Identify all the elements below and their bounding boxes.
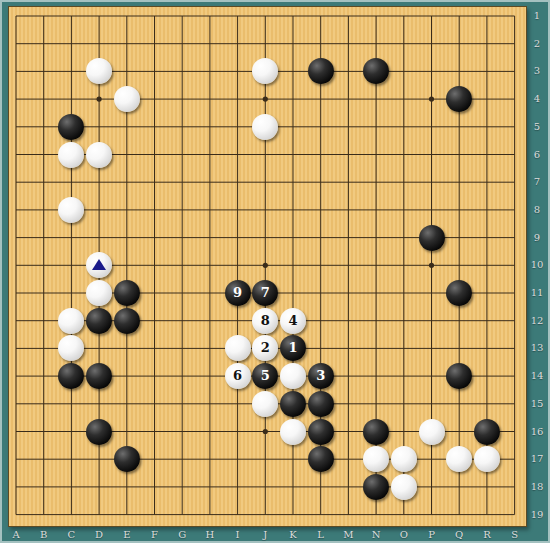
stone-black-N16[interactable] (363, 419, 389, 445)
row-label-16: 16 (527, 426, 547, 438)
row-label-5: 5 (527, 121, 547, 133)
row-label-13: 13 (527, 342, 547, 354)
row-label-10: 10 (527, 259, 547, 271)
column-label-R: R (479, 529, 495, 540)
column-label-S: S (507, 529, 523, 540)
stone-black-K15[interactable] (280, 391, 306, 417)
stone-white-E4[interactable] (114, 86, 140, 112)
stone-black-R16[interactable] (474, 419, 500, 445)
stone-white-K12[interactable]: 4 (280, 308, 306, 334)
stone-black-P9[interactable] (419, 225, 445, 251)
stone-black-D12[interactable] (86, 308, 112, 334)
stone-white-I14[interactable]: 6 (225, 363, 251, 389)
column-label-B: B (36, 529, 52, 540)
stone-black-D16[interactable] (86, 419, 112, 445)
stone-black-I11[interactable]: 9 (225, 280, 251, 306)
move-number: 5 (261, 368, 270, 383)
stone-white-K14[interactable] (280, 363, 306, 389)
column-label-L: L (313, 529, 329, 540)
stone-white-O17[interactable] (391, 446, 417, 472)
stone-white-D11[interactable] (86, 280, 112, 306)
column-label-G: G (174, 529, 190, 540)
column-label-I: I (230, 529, 246, 540)
column-label-J: J (257, 529, 273, 540)
stone-white-P16[interactable] (419, 419, 445, 445)
stone-black-L16[interactable] (308, 419, 334, 445)
triangle-marker-icon (92, 259, 106, 270)
move-number: 8 (261, 313, 270, 328)
stone-white-C12[interactable] (58, 308, 84, 334)
column-label-K: K (285, 529, 301, 540)
column-label-O: O (396, 529, 412, 540)
row-label-19: 19 (527, 509, 547, 521)
stone-white-J5[interactable] (252, 114, 278, 140)
stone-black-E17[interactable] (114, 446, 140, 472)
column-label-M: M (340, 529, 356, 540)
go-app-window: 978421653 ABCDEFGHIJKLMNOPQRS12345678910… (0, 0, 550, 543)
stone-black-L14[interactable]: 3 (308, 363, 334, 389)
move-number: 2 (261, 340, 270, 355)
stone-black-L17[interactable] (308, 446, 334, 472)
row-label-12: 12 (527, 315, 547, 327)
row-label-6: 6 (527, 149, 547, 161)
move-number: 6 (233, 368, 242, 383)
row-label-9: 9 (527, 232, 547, 244)
column-label-N: N (368, 529, 384, 540)
stone-white-D6[interactable] (86, 142, 112, 168)
stone-black-D14[interactable] (86, 363, 112, 389)
row-label-4: 4 (527, 93, 547, 105)
stone-white-R17[interactable] (474, 446, 500, 472)
move-number: 1 (288, 340, 297, 355)
stone-black-N18[interactable] (363, 474, 389, 500)
row-label-3: 3 (527, 65, 547, 77)
column-label-Q: Q (451, 529, 467, 540)
stone-black-E12[interactable] (114, 308, 140, 334)
row-label-15: 15 (527, 398, 547, 410)
row-label-8: 8 (527, 204, 547, 216)
row-label-17: 17 (527, 453, 547, 465)
move-number: 4 (288, 313, 297, 328)
column-label-A: A (8, 529, 24, 540)
move-number: 9 (233, 285, 242, 300)
column-label-F: F (147, 529, 163, 540)
move-number: 7 (261, 285, 270, 300)
row-label-2: 2 (527, 38, 547, 50)
stone-white-O18[interactable] (391, 474, 417, 500)
row-label-1: 1 (527, 10, 547, 22)
row-label-7: 7 (527, 176, 547, 188)
column-label-H: H (202, 529, 218, 540)
stone-black-Q11[interactable] (446, 280, 472, 306)
stone-white-I13[interactable] (225, 335, 251, 361)
stone-black-L15[interactable] (308, 391, 334, 417)
stone-black-C5[interactable] (58, 114, 84, 140)
column-label-P: P (424, 529, 440, 540)
stone-white-J15[interactable] (252, 391, 278, 417)
stone-white-J12[interactable]: 8 (252, 308, 278, 334)
row-label-11: 11 (527, 287, 547, 299)
row-label-18: 18 (527, 481, 547, 493)
stone-black-L3[interactable] (308, 58, 334, 84)
move-number: 3 (316, 368, 325, 383)
stone-black-E11[interactable] (114, 280, 140, 306)
stone-white-C6[interactable] (58, 142, 84, 168)
column-label-E: E (119, 529, 135, 540)
column-label-C: C (63, 529, 79, 540)
row-label-14: 14 (527, 370, 547, 382)
stone-white-K16[interactable] (280, 419, 306, 445)
column-label-D: D (91, 529, 107, 540)
